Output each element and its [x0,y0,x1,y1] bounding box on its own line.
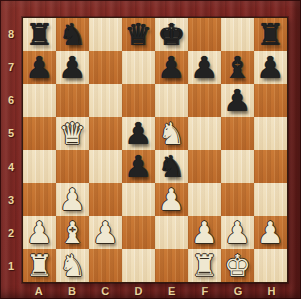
square-h6[interactable] [254,84,287,117]
black-pawn[interactable]: ♟ [125,117,152,150]
file-label-h: H [255,283,288,299]
white-pawn[interactable]: ♟ [59,183,86,216]
square-e1[interactable] [155,249,188,282]
square-b5[interactable]: ♛ [56,117,89,150]
square-b3[interactable]: ♟ [56,183,89,216]
white-rook[interactable]: ♜ [191,249,218,282]
square-a3[interactable] [23,183,56,216]
square-a2[interactable]: ♟ [23,216,56,249]
square-c5[interactable] [89,117,122,150]
board: ♜♞♛♚♜♟♟♟♟♝♟♟♛♟♞♟♞♟♟♟♝♟♟♟♟♜♞♜♚ [22,17,288,283]
square-d3[interactable] [122,183,155,216]
black-king[interactable]: ♚ [158,18,185,51]
black-pawn[interactable]: ♟ [26,51,53,84]
square-a7[interactable]: ♟ [23,51,56,84]
rank-label-8: 8 [0,17,22,50]
rank-label-1: 1 [0,250,22,283]
rank-label-2: 2 [0,217,22,250]
square-f3[interactable] [188,183,221,216]
square-c4[interactable] [89,150,122,183]
square-d1[interactable] [122,249,155,282]
rank-label-4: 4 [0,150,22,183]
white-pawn[interactable]: ♟ [224,216,251,249]
white-pawn[interactable]: ♟ [26,216,53,249]
black-bishop[interactable]: ♝ [224,51,251,84]
black-rook[interactable]: ♜ [257,18,284,51]
file-label-c: C [89,283,122,299]
black-pawn[interactable]: ♟ [125,150,152,183]
black-pawn[interactable]: ♟ [191,51,218,84]
square-d7[interactable] [122,51,155,84]
square-f4[interactable] [188,150,221,183]
square-a4[interactable] [23,150,56,183]
square-h4[interactable] [254,150,287,183]
square-c1[interactable] [89,249,122,282]
file-label-b: B [55,283,88,299]
square-a1[interactable]: ♜ [23,249,56,282]
white-pawn[interactable]: ♟ [191,216,218,249]
white-knight[interactable]: ♞ [158,117,185,150]
square-a5[interactable] [23,117,56,150]
square-b1[interactable]: ♞ [56,249,89,282]
square-b7[interactable]: ♟ [56,51,89,84]
black-pawn[interactable]: ♟ [59,51,86,84]
square-d2[interactable] [122,216,155,249]
square-g8[interactable] [221,18,254,51]
square-c2[interactable]: ♟ [89,216,122,249]
rank-label-7: 7 [0,50,22,83]
black-pawn[interactable]: ♟ [224,84,251,117]
black-knight[interactable]: ♞ [158,150,185,183]
square-d8[interactable]: ♛ [122,18,155,51]
square-b4[interactable] [56,150,89,183]
square-h5[interactable] [254,117,287,150]
square-h2[interactable]: ♟ [254,216,287,249]
white-pawn[interactable]: ♟ [158,183,185,216]
square-c3[interactable] [89,183,122,216]
square-c7[interactable] [89,51,122,84]
square-f2[interactable]: ♟ [188,216,221,249]
rank-label-3: 3 [0,183,22,216]
black-knight[interactable]: ♞ [59,18,86,51]
square-f5[interactable] [188,117,221,150]
square-e4[interactable]: ♞ [155,150,188,183]
square-e6[interactable] [155,84,188,117]
black-queen[interactable]: ♛ [125,18,152,51]
file-label-e: E [155,283,188,299]
square-a8[interactable]: ♜ [23,18,56,51]
square-a6[interactable] [23,84,56,117]
file-label-d: D [122,283,155,299]
square-b6[interactable] [56,84,89,117]
rank-labels: 87654321 [0,17,22,283]
square-b8[interactable]: ♞ [56,18,89,51]
white-knight[interactable]: ♞ [59,249,86,282]
file-label-a: A [22,283,55,299]
square-f6[interactable] [188,84,221,117]
square-e7[interactable]: ♟ [155,51,188,84]
square-f1[interactable]: ♜ [188,249,221,282]
square-e8[interactable]: ♚ [155,18,188,51]
square-c8[interactable] [89,18,122,51]
white-king[interactable]: ♚ [224,249,251,282]
square-g2[interactable]: ♟ [221,216,254,249]
square-e2[interactable] [155,216,188,249]
square-e3[interactable]: ♟ [155,183,188,216]
square-g7[interactable]: ♝ [221,51,254,84]
white-pawn[interactable]: ♟ [257,216,284,249]
square-h3[interactable] [254,183,287,216]
chess-board-window: 87654321 ABCDEFGH ♜♞♛♚♜♟♟♟♟♝♟♟♛♟♞♟♞♟♟♟♝♟… [0,0,301,299]
black-pawn[interactable]: ♟ [158,51,185,84]
white-bishop[interactable]: ♝ [59,216,86,249]
black-pawn[interactable]: ♟ [257,51,284,84]
square-d5[interactable]: ♟ [122,117,155,150]
white-pawn[interactable]: ♟ [92,216,119,249]
square-h8[interactable]: ♜ [254,18,287,51]
rank-label-5: 5 [0,117,22,150]
square-g3[interactable] [221,183,254,216]
square-e5[interactable]: ♞ [155,117,188,150]
square-d4[interactable]: ♟ [122,150,155,183]
square-f7[interactable]: ♟ [188,51,221,84]
file-label-f: F [188,283,221,299]
black-rook[interactable]: ♜ [26,18,53,51]
square-h7[interactable]: ♟ [254,51,287,84]
white-rook[interactable]: ♜ [26,249,53,282]
square-b2[interactable]: ♝ [56,216,89,249]
file-label-g: G [222,283,255,299]
rank-label-6: 6 [0,84,22,117]
file-labels: ABCDEFGH [22,283,288,299]
white-queen[interactable]: ♛ [59,117,86,150]
square-c6[interactable] [89,84,122,117]
square-h1[interactable] [254,249,287,282]
square-g5[interactable] [221,117,254,150]
square-g6[interactable]: ♟ [221,84,254,117]
square-f8[interactable] [188,18,221,51]
square-d6[interactable] [122,84,155,117]
square-g1[interactable]: ♚ [221,249,254,282]
square-g4[interactable] [221,150,254,183]
